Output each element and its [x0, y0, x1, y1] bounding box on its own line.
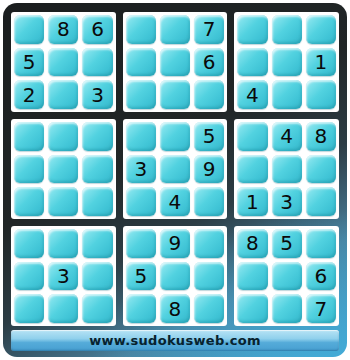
cell-r7c8[interactable]: 5	[272, 229, 302, 258]
cell-r5c2[interactable]	[48, 155, 78, 184]
cell-r2c2[interactable]	[48, 48, 78, 77]
cell-r8c5[interactable]	[160, 262, 190, 291]
given-digit: 3	[280, 192, 293, 212]
cell-r8c7[interactable]	[237, 262, 267, 291]
cell-r4c7[interactable]	[237, 122, 267, 151]
cell-r2c3[interactable]	[82, 48, 112, 77]
given-digit: 3	[57, 266, 70, 286]
cell-r4c9[interactable]: 8	[306, 122, 336, 151]
given-digit: 6	[203, 52, 216, 72]
cell-r3c2[interactable]	[48, 80, 78, 109]
cell-r9c9[interactable]: 7	[306, 294, 336, 323]
cell-r6c7[interactable]: 1	[237, 187, 267, 216]
given-digit: 6	[315, 266, 328, 286]
cell-r7c4[interactable]	[126, 229, 156, 258]
cell-r8c3[interactable]	[82, 262, 112, 291]
cell-r2c4[interactable]	[126, 48, 156, 77]
cell-r4c2[interactable]	[48, 122, 78, 151]
cell-r9c1[interactable]	[14, 294, 44, 323]
cell-r3c9[interactable]	[306, 80, 336, 109]
cell-r1c5[interactable]	[160, 15, 190, 44]
cell-r7c6[interactable]	[194, 229, 224, 258]
cell-r1c9[interactable]	[306, 15, 336, 44]
cell-r8c9[interactable]: 6	[306, 262, 336, 291]
cell-r6c5[interactable]: 4	[160, 187, 190, 216]
given-digit: 6	[91, 19, 104, 39]
cell-r8c2[interactable]: 3	[48, 262, 78, 291]
box-2-1	[11, 119, 116, 219]
given-digit: 5	[203, 126, 216, 146]
cell-r7c2[interactable]	[48, 229, 78, 258]
cell-r2c1[interactable]: 5	[14, 48, 44, 77]
cell-r5c9[interactable]	[306, 155, 336, 184]
box-1-2: 76	[123, 12, 228, 112]
given-digit: 1	[246, 192, 259, 212]
given-digit: 8	[315, 126, 328, 146]
cell-r8c1[interactable]	[14, 262, 44, 291]
cell-r6c4[interactable]	[126, 187, 156, 216]
cell-r5c8[interactable]	[272, 155, 302, 184]
box-1-1: 86523	[11, 12, 116, 112]
given-digit: 7	[315, 299, 328, 319]
box-3-1: 3	[11, 226, 116, 326]
cell-r2c5[interactable]	[160, 48, 190, 77]
cell-r3c3[interactable]: 3	[82, 80, 112, 109]
given-digit: 8	[57, 19, 70, 39]
cell-r7c5[interactable]: 9	[160, 229, 190, 258]
cell-r1c4[interactable]	[126, 15, 156, 44]
box-3-3: 8567	[234, 226, 339, 326]
cell-r8c4[interactable]: 5	[126, 262, 156, 291]
given-digit: 8	[169, 299, 182, 319]
cell-r3c5[interactable]	[160, 80, 190, 109]
cell-r9c7[interactable]	[237, 294, 267, 323]
cell-r9c2[interactable]	[48, 294, 78, 323]
cell-r6c2[interactable]	[48, 187, 78, 216]
cell-r3c7[interactable]: 4	[237, 80, 267, 109]
given-digit: 8	[246, 233, 259, 253]
given-digit: 4	[280, 126, 293, 146]
cell-r6c6[interactable]	[194, 187, 224, 216]
given-digit: 4	[246, 85, 259, 105]
cell-r2c6[interactable]: 6	[194, 48, 224, 77]
box-1-3: 14	[234, 12, 339, 112]
box-2-2: 5394	[123, 119, 228, 219]
box-2-3: 4813	[234, 119, 339, 219]
cell-r5c1[interactable]	[14, 155, 44, 184]
cell-r4c5[interactable]	[160, 122, 190, 151]
cell-r6c1[interactable]	[14, 187, 44, 216]
board-frame: 8652376145394481339588567 www.sudokusweb…	[3, 3, 347, 357]
given-digit: 4	[169, 192, 182, 212]
cell-r5c4[interactable]: 3	[126, 155, 156, 184]
cell-r9c4[interactable]	[126, 294, 156, 323]
cell-r9c8[interactable]	[272, 294, 302, 323]
cell-r7c1[interactable]	[14, 229, 44, 258]
site-url-link[interactable]: www.sudokusweb.com	[89, 333, 261, 348]
cell-r4c8[interactable]: 4	[272, 122, 302, 151]
cell-r5c3[interactable]	[82, 155, 112, 184]
cell-r7c9[interactable]	[306, 229, 336, 258]
cell-r4c4[interactable]	[126, 122, 156, 151]
cell-r1c6[interactable]: 7	[194, 15, 224, 44]
cell-r1c7[interactable]	[237, 15, 267, 44]
cell-r7c3[interactable]	[82, 229, 112, 258]
cell-r5c7[interactable]	[237, 155, 267, 184]
cell-r6c3[interactable]	[82, 187, 112, 216]
cell-r5c6[interactable]: 9	[194, 155, 224, 184]
given-digit: 7	[203, 19, 216, 39]
cell-r6c8[interactable]: 3	[272, 187, 302, 216]
cell-r8c6[interactable]	[194, 262, 224, 291]
given-digit: 3	[134, 159, 147, 179]
cell-r8c8[interactable]	[272, 262, 302, 291]
cell-r2c9[interactable]: 1	[306, 48, 336, 77]
given-digit: 3	[91, 85, 104, 105]
cell-r9c3[interactable]	[82, 294, 112, 323]
site-url-bar: www.sudokusweb.com	[11, 330, 339, 351]
sudoku-grid: 8652376145394481339588567	[11, 12, 339, 326]
given-digit: 5	[23, 52, 36, 72]
cell-r1c2[interactable]: 8	[48, 15, 78, 44]
cell-r9c6[interactable]	[194, 294, 224, 323]
given-digit: 5	[134, 266, 147, 286]
box-3-2: 958	[123, 226, 228, 326]
cell-r2c8[interactable]	[272, 48, 302, 77]
cell-r3c8[interactable]	[272, 80, 302, 109]
cell-r4c3[interactable]	[82, 122, 112, 151]
cell-r4c1[interactable]	[14, 122, 44, 151]
cell-r7c7[interactable]: 8	[237, 229, 267, 258]
cell-r4c6[interactable]: 5	[194, 122, 224, 151]
cell-r1c3[interactable]: 6	[82, 15, 112, 44]
cell-r6c9[interactable]	[306, 187, 336, 216]
given-digit: 9	[203, 159, 216, 179]
cell-r3c1[interactable]: 2	[14, 80, 44, 109]
cell-r5c5[interactable]	[160, 155, 190, 184]
cell-r2c7[interactable]	[237, 48, 267, 77]
given-digit: 1	[315, 52, 328, 72]
cell-r9c5[interactable]: 8	[160, 294, 190, 323]
given-digit: 9	[169, 233, 182, 253]
given-digit: 2	[23, 85, 36, 105]
cell-r1c8[interactable]	[272, 15, 302, 44]
cell-r3c6[interactable]	[194, 80, 224, 109]
cell-r1c1[interactable]	[14, 15, 44, 44]
given-digit: 5	[280, 233, 293, 253]
cell-r3c4[interactable]	[126, 80, 156, 109]
